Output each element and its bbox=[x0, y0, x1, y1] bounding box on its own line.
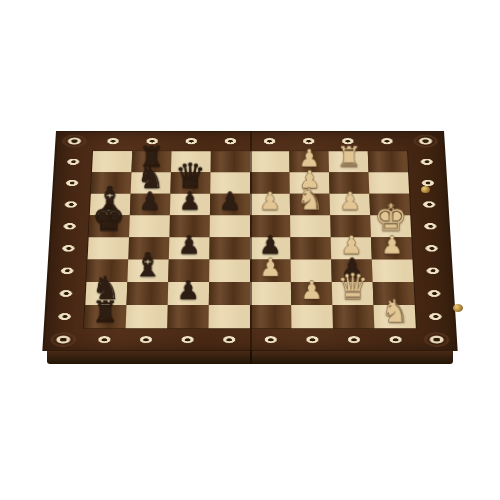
folding-box-side-edge bbox=[47, 351, 453, 364]
piece-bK-d8: ♚ bbox=[89, 200, 129, 235]
chess-board: ♜♟♜♞♛♟♝♟♟♟♟♞♟♚♚♟♟♟♟♝♟♟♞♟♟♛♜♞ bbox=[84, 151, 416, 328]
square-a4 bbox=[250, 151, 290, 172]
square-h1: ♞ bbox=[374, 305, 416, 328]
product-photo-canvas: ♜♟♜♞♛♟♝♟♟♟♟♞♟♚♚♟♟♟♟♝♟♟♞♟♟♛♜♞ bbox=[0, 0, 500, 500]
piece-wP-e1: ♟ bbox=[372, 234, 413, 258]
piece-wN-h1: ♞ bbox=[374, 297, 415, 327]
board-frame: ♜♟♜♞♛♟♝♟♟♟♟♞♟♚♚♟♟♟♟♝♟♟♞♟♟♛♜♞ bbox=[42, 131, 457, 351]
square-f4: ♟ bbox=[250, 260, 291, 283]
square-g2: ♛ bbox=[332, 282, 374, 305]
frame-corner-motif bbox=[42, 328, 84, 351]
square-d8: ♚ bbox=[89, 215, 130, 237]
chess-board-scene: ♜♟♜♞♛♟♝♟♟♟♟♞♟♚♚♟♟♟♟♝♟♟♞♟♟♛♜♞ bbox=[56, 131, 444, 500]
piece-wQ-g2: ♛ bbox=[332, 269, 373, 303]
piece-bR-h8: ♜ bbox=[84, 298, 125, 327]
square-c6: ♟ bbox=[170, 194, 210, 216]
square-a2: ♜ bbox=[329, 151, 369, 172]
square-a5 bbox=[210, 151, 250, 172]
square-d3 bbox=[290, 215, 331, 237]
piece-bP-g6: ♟ bbox=[168, 279, 209, 303]
frame-corner-motif bbox=[55, 131, 94, 151]
square-h2 bbox=[332, 305, 374, 328]
square-c5: ♟ bbox=[210, 194, 250, 216]
square-d7 bbox=[129, 215, 170, 237]
square-g7 bbox=[126, 282, 168, 305]
piece-wP-f4: ♟ bbox=[250, 256, 291, 280]
piece-bP-c7: ♟ bbox=[130, 190, 170, 214]
square-g5 bbox=[209, 282, 250, 305]
piece-bP-c5: ♟ bbox=[210, 190, 250, 214]
piece-bB-f7: ♝ bbox=[127, 250, 168, 280]
piece-bP-c6: ♟ bbox=[170, 190, 210, 214]
piece-wP-c2: ♟ bbox=[330, 190, 370, 214]
piece-bP-e6: ♟ bbox=[169, 234, 210, 258]
square-d5 bbox=[210, 215, 250, 237]
piece-wP-c4: ♟ bbox=[250, 190, 290, 214]
piece-wP-g3: ♟ bbox=[291, 279, 332, 303]
board-perspective-wrapper: ♜♟♜♞♛♟♝♟♟♟♟♞♟♚♚♟♟♟♟♝♟♟♞♟♟♛♜♞ bbox=[42, 131, 457, 351]
frame-corner-motif bbox=[416, 328, 458, 351]
square-f7: ♝ bbox=[127, 260, 168, 283]
square-h6 bbox=[167, 305, 209, 328]
piece-wN-c3: ♞ bbox=[290, 185, 330, 214]
square-f1 bbox=[372, 260, 414, 283]
square-a8 bbox=[92, 151, 132, 172]
square-e8 bbox=[88, 237, 129, 259]
square-b1 bbox=[369, 172, 410, 193]
square-c3: ♞ bbox=[290, 194, 330, 216]
square-c7: ♟ bbox=[130, 194, 171, 216]
square-e3 bbox=[290, 237, 331, 259]
brass-clasp-icon bbox=[453, 304, 463, 312]
square-c2: ♟ bbox=[330, 194, 371, 216]
frame-corner-motif bbox=[406, 131, 445, 151]
square-e1: ♟ bbox=[371, 237, 412, 259]
square-g4 bbox=[250, 282, 291, 305]
brass-clasp-icon bbox=[421, 186, 430, 193]
square-e5 bbox=[209, 237, 250, 259]
square-c4: ♟ bbox=[250, 194, 290, 216]
square-h5 bbox=[209, 305, 250, 328]
square-f5 bbox=[209, 260, 250, 283]
frame-ring-ornaments-bottom bbox=[83, 328, 417, 351]
square-g3: ♟ bbox=[291, 282, 332, 305]
piece-wR-a2: ♜ bbox=[329, 143, 368, 170]
square-h8: ♜ bbox=[84, 305, 126, 328]
square-e6: ♟ bbox=[169, 237, 210, 259]
square-h4 bbox=[250, 305, 291, 328]
square-g6: ♟ bbox=[168, 282, 209, 305]
square-a1 bbox=[368, 151, 408, 172]
square-h7 bbox=[126, 305, 168, 328]
square-h3 bbox=[291, 305, 333, 328]
